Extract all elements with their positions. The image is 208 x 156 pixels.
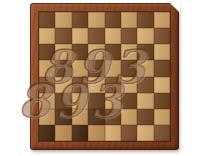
- watermark-number: 893: [18, 78, 126, 124]
- board-square: [154, 109, 170, 125]
- board-square: [72, 12, 88, 28]
- board-square: [105, 12, 121, 28]
- board-square: [88, 12, 104, 28]
- photo-corner-notch: [169, 2, 180, 13]
- board-square: [154, 12, 170, 28]
- listing-photo: 893 893: [0, 0, 208, 156]
- board-square: [154, 125, 170, 141]
- board-square: [137, 12, 153, 28]
- board-square: [137, 109, 153, 125]
- board-square: [137, 125, 153, 141]
- board-square: [154, 77, 170, 93]
- board-square: [39, 12, 55, 28]
- board-square: [121, 12, 137, 28]
- board-square: [154, 28, 170, 44]
- board-square: [154, 60, 170, 76]
- board-square: [154, 44, 170, 60]
- board-square: [137, 93, 153, 109]
- board-square: [154, 93, 170, 109]
- board-square: [55, 12, 71, 28]
